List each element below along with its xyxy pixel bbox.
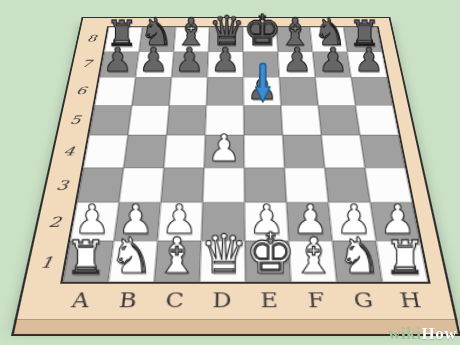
watermark-wiki-text: wiki xyxy=(388,324,421,343)
black-pawn-g7: ♟ xyxy=(315,44,351,77)
watermark-how-text: How xyxy=(422,324,458,343)
square-h5 xyxy=(355,105,398,135)
square-c4 xyxy=(164,135,205,167)
square-h6 xyxy=(351,77,392,105)
square-b1: ♞ xyxy=(108,240,157,281)
black-pawn-f7: ♟ xyxy=(279,44,315,77)
square-b6 xyxy=(132,77,172,105)
square-d7: ♟ xyxy=(207,51,243,77)
board-grid: ♜♞♝♛♚♝♞♜♟♟♟♟♟♟♟♟♟♟♟♟♟♟♟♟♜♞♝♛♚♝♞♜ xyxy=(60,26,431,284)
file-label-e: E xyxy=(245,284,293,320)
square-f6 xyxy=(279,77,318,105)
square-a1: ♜ xyxy=(63,240,114,281)
square-g6 xyxy=(315,77,355,105)
square-e8: ♚ xyxy=(243,27,278,51)
black-pawn-d7: ♟ xyxy=(207,44,243,77)
square-d1: ♛ xyxy=(200,240,246,281)
file-label-c: C xyxy=(150,284,199,320)
file-label-f: F xyxy=(292,284,342,320)
file-label-g: G xyxy=(338,284,390,320)
square-d6 xyxy=(206,77,243,105)
chess-illustration: 87654321 ABCDEFGH ♜♞♝♛♚♝♞♜♟♟♟♟♟♟♟♟♟♟♟♟♟♟… xyxy=(0,0,460,345)
white-rook-h1: ♜ xyxy=(382,234,428,281)
square-b7: ♟ xyxy=(136,51,174,77)
square-a6 xyxy=(95,77,136,105)
square-a4 xyxy=(83,135,127,167)
black-king-e8: ♚ xyxy=(243,8,278,51)
file-label-a: A xyxy=(54,284,107,320)
file-label-h: H xyxy=(384,284,438,320)
white-queen-d1: ♛ xyxy=(200,227,246,281)
white-bishop-c1: ♝ xyxy=(154,232,200,281)
white-bishop-f1: ♝ xyxy=(291,232,337,281)
square-d3 xyxy=(203,167,245,202)
chess-board: 87654321 ABCDEFGH ♜♞♝♛♚♝♞♜♟♟♟♟♟♟♟♟♟♟♟♟♟♟… xyxy=(14,17,458,321)
black-pawn-h7: ♟ xyxy=(351,44,387,77)
square-f4 xyxy=(283,135,325,167)
square-h1: ♜ xyxy=(376,240,428,281)
square-b5 xyxy=(128,105,169,135)
white-knight-g1: ♞ xyxy=(337,232,383,281)
square-c5 xyxy=(167,105,207,135)
square-g5 xyxy=(318,105,360,135)
square-h7: ♟ xyxy=(347,51,387,77)
black-pawn-c7: ♟ xyxy=(172,44,208,77)
square-c1: ♝ xyxy=(154,240,201,281)
square-e6: ♟ xyxy=(243,77,281,105)
white-king-e1: ♚ xyxy=(245,225,291,281)
black-pawn-b7: ♟ xyxy=(136,44,172,77)
square-f5 xyxy=(281,105,321,135)
square-e5 xyxy=(244,105,283,135)
square-a7: ♟ xyxy=(100,51,139,77)
square-f7: ♟ xyxy=(278,51,315,77)
square-f1: ♝ xyxy=(289,240,337,281)
square-g4 xyxy=(321,135,365,167)
square-e4 xyxy=(244,135,285,167)
white-pawn-d4: ♟ xyxy=(204,130,244,167)
square-c6 xyxy=(169,77,207,105)
file-label-b: B xyxy=(102,284,153,320)
square-a5 xyxy=(89,105,132,135)
square-d4: ♟ xyxy=(204,135,244,167)
white-knight-b1: ♞ xyxy=(109,232,155,281)
square-g1: ♞ xyxy=(332,240,382,281)
move-arrow-icon xyxy=(254,62,271,104)
square-e1: ♚ xyxy=(245,240,291,281)
file-labels: ABCDEFGH xyxy=(54,284,438,320)
white-rook-a1: ♜ xyxy=(63,234,109,281)
black-pawn-a7: ♟ xyxy=(100,44,136,77)
square-b4 xyxy=(124,135,167,167)
square-g7: ♟ xyxy=(313,51,352,77)
square-h4 xyxy=(360,135,405,167)
file-label-d: D xyxy=(198,284,246,320)
square-c7: ♟ xyxy=(172,51,209,77)
wikihow-watermark: wikiHow xyxy=(388,324,457,344)
